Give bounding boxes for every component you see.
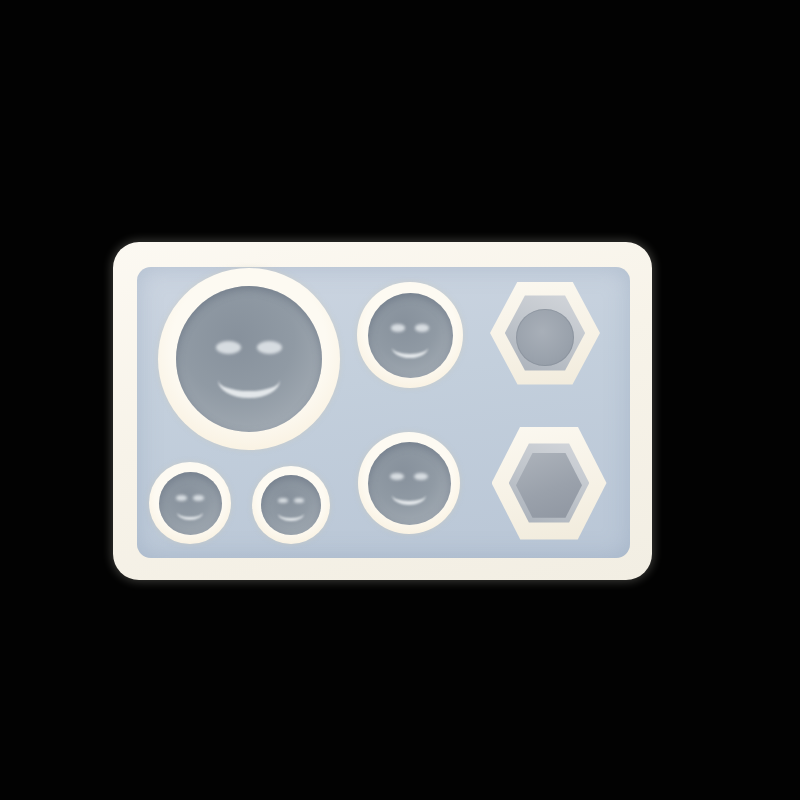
cavity-hexagon-bottom-right xyxy=(492,427,607,540)
cavity-medium-circle-top-middle xyxy=(357,282,463,388)
reflection-smile xyxy=(392,485,427,506)
reflection-left-eye xyxy=(278,498,288,503)
reflection-right-eye xyxy=(294,498,304,503)
cavity-small-circle-bottom-left-1 xyxy=(149,462,231,544)
reflection-right-eye xyxy=(257,341,282,354)
reflection-right-eye xyxy=(414,473,428,480)
reflection-left-eye xyxy=(216,341,241,354)
reflection-smile xyxy=(392,337,428,358)
cavity-interior xyxy=(176,286,322,432)
reflection-smile xyxy=(278,506,303,521)
reflection-right-eye xyxy=(415,324,429,332)
cavity-small-circle-bottom-left-2 xyxy=(252,466,330,544)
reflection-smile xyxy=(177,504,203,520)
facet-reflection xyxy=(516,309,574,367)
facet-reflection xyxy=(516,453,582,518)
silicone-mold xyxy=(113,242,652,580)
reflection-right-eye xyxy=(193,495,204,501)
reflection-left-eye xyxy=(391,324,405,332)
cavity-interior xyxy=(261,475,321,535)
reflection-left-eye xyxy=(390,473,404,480)
cavity-medium-circle-bottom-middle xyxy=(358,432,460,534)
cavity-hexagon-top-right xyxy=(490,282,600,385)
cavity-large-circle-top-left xyxy=(158,268,340,450)
reflection-left-eye xyxy=(176,495,187,501)
cavity-interior xyxy=(159,472,222,535)
reflection-smile xyxy=(218,362,279,398)
cavity-interior xyxy=(368,442,451,525)
photo-background xyxy=(0,0,800,800)
cavity-interior xyxy=(368,293,453,378)
